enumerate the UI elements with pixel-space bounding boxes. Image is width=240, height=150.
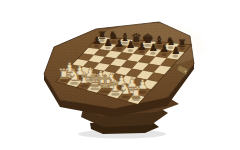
chess-set-photo: ♜♞♝♛♚♝♞♜♟♟♟♟♟♟♟♟♟♟♟♟♟♟♟♟♜♞♝♛♚♝♞♜ — [0, 0, 240, 150]
chess-board — [0, 0, 240, 150]
